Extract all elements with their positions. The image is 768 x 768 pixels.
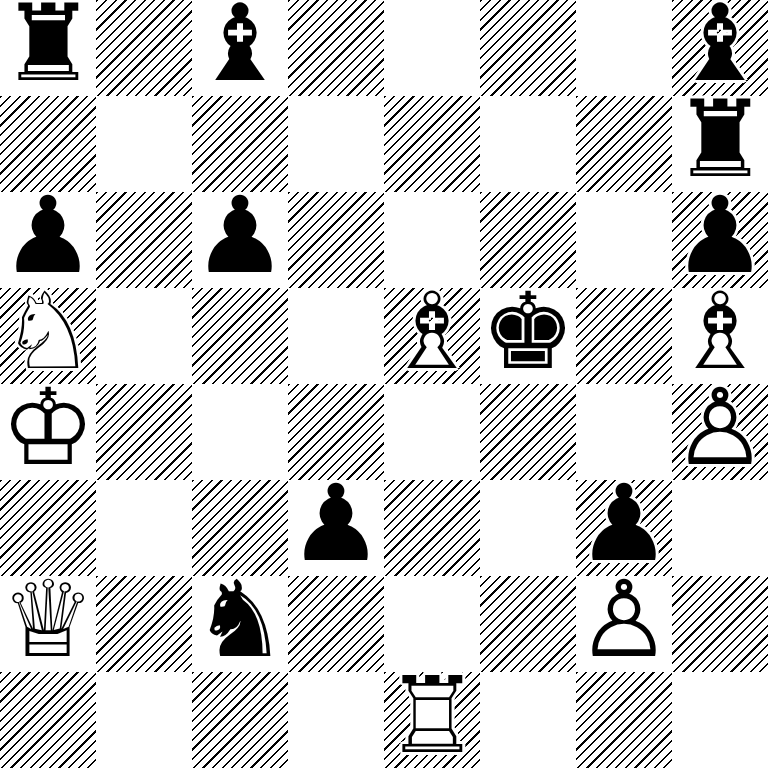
square-d3[interactable]: ♟ (288, 480, 384, 576)
white-pawn[interactable]: ♟♙ (576, 576, 672, 672)
piece-glyph: ♟ (192, 183, 287, 289)
square-b3[interactable] (96, 480, 192, 576)
square-f5[interactable]: ♚ (480, 288, 576, 384)
square-g2[interactable]: ♟♙ (576, 576, 672, 672)
piece-glyph: ♟ (288, 471, 383, 577)
square-d8[interactable] (288, 0, 384, 96)
square-c8[interactable]: ♝ (192, 0, 288, 96)
piece-outline: ♙ (672, 375, 767, 481)
piece-outline: ♗ (384, 279, 479, 385)
square-b2[interactable] (96, 576, 192, 672)
piece-glyph: ♜ (0, 0, 95, 97)
white-king[interactable]: ♚♔ (0, 384, 96, 480)
square-d5[interactable] (288, 288, 384, 384)
square-g5[interactable] (576, 288, 672, 384)
square-e8[interactable] (384, 0, 480, 96)
square-f1[interactable] (480, 672, 576, 768)
square-e1[interactable]: ♜♖ (384, 672, 480, 768)
square-h1[interactable] (672, 672, 768, 768)
square-g7[interactable] (576, 96, 672, 192)
square-f8[interactable] (480, 0, 576, 96)
square-f7[interactable] (480, 96, 576, 192)
piece-outline: ♕ (0, 567, 95, 673)
square-d1[interactable] (288, 672, 384, 768)
white-bishop[interactable]: ♝♗ (384, 288, 480, 384)
black-knight[interactable]: ♞ (192, 576, 288, 672)
square-f4[interactable] (480, 384, 576, 480)
square-c5[interactable] (192, 288, 288, 384)
square-f2[interactable] (480, 576, 576, 672)
piece-glyph: ♚ (480, 279, 575, 385)
square-f3[interactable] (480, 480, 576, 576)
white-queen[interactable]: ♛♕ (0, 576, 96, 672)
white-pawn[interactable]: ♟♙ (672, 384, 768, 480)
square-b8[interactable] (96, 0, 192, 96)
black-rook[interactable]: ♜ (0, 0, 96, 96)
black-pawn[interactable]: ♟ (288, 480, 384, 576)
square-e3[interactable] (384, 480, 480, 576)
square-b4[interactable] (96, 384, 192, 480)
piece-glyph: ♝ (192, 0, 287, 97)
square-g6[interactable] (576, 192, 672, 288)
square-c4[interactable] (192, 384, 288, 480)
white-rook[interactable]: ♜♖ (384, 672, 480, 768)
square-e5[interactable]: ♝♗ (384, 288, 480, 384)
square-b6[interactable] (96, 192, 192, 288)
square-c1[interactable] (192, 672, 288, 768)
chess-board: ♜♝♝♜♟♟♟♞♘♝♗♚♝♗♚♔♟♙♟♟♛♕♞♟♙♜♖ (0, 0, 768, 768)
black-pawn[interactable]: ♟ (192, 192, 288, 288)
square-d2[interactable] (288, 576, 384, 672)
square-e4[interactable] (384, 384, 480, 480)
square-b7[interactable] (96, 96, 192, 192)
piece-outline: ♔ (0, 375, 95, 481)
square-c2[interactable]: ♞ (192, 576, 288, 672)
square-d7[interactable] (288, 96, 384, 192)
square-a8[interactable]: ♜ (0, 0, 96, 96)
piece-outline: ♖ (384, 663, 479, 768)
square-e7[interactable] (384, 96, 480, 192)
square-g8[interactable] (576, 0, 672, 96)
black-bishop[interactable]: ♝ (192, 0, 288, 96)
piece-outline: ♙ (576, 567, 671, 673)
square-h2[interactable] (672, 576, 768, 672)
square-c6[interactable]: ♟ (192, 192, 288, 288)
square-b5[interactable] (96, 288, 192, 384)
black-king[interactable]: ♚ (480, 288, 576, 384)
piece-glyph: ♞ (192, 567, 287, 673)
square-b1[interactable] (96, 672, 192, 768)
square-h4[interactable]: ♟♙ (672, 384, 768, 480)
square-g1[interactable] (576, 672, 672, 768)
square-h3[interactable] (672, 480, 768, 576)
square-a1[interactable] (0, 672, 96, 768)
square-a4[interactable]: ♚♔ (0, 384, 96, 480)
square-a2[interactable]: ♛♕ (0, 576, 96, 672)
square-d6[interactable] (288, 192, 384, 288)
